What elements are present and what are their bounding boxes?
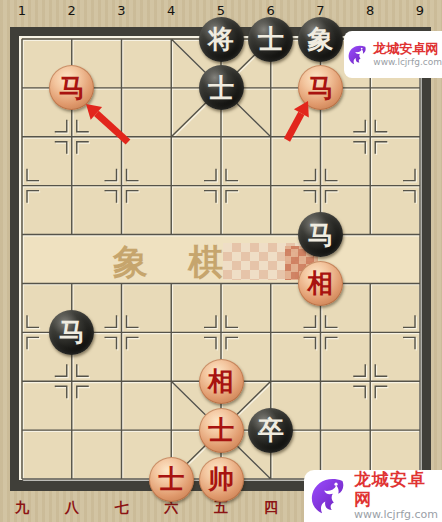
piece-black-horse[interactable]: 马: [49, 310, 94, 355]
file-label-top: 5: [208, 3, 234, 18]
file-label-top: 4: [158, 3, 184, 18]
file-label-bottom: 四: [258, 499, 284, 517]
piece-red-elephant[interactable]: 相: [298, 261, 343, 306]
piece-red-elephant[interactable]: 相: [199, 359, 244, 404]
xiangqi-screenshot: 象 棋 将士象马士马马相马相士卒士帅 123456789 九八七六五四三二一 龙…: [0, 0, 442, 522]
piece-black-general[interactable]: 将: [199, 17, 244, 62]
watermark-top-right: 龙城安卓网 www.lcjrfg.com: [344, 31, 442, 78]
file-label-top: 1: [9, 3, 35, 18]
watermark-site-url: www.lcjrfg.com: [373, 57, 442, 67]
file-label-top: 7: [308, 3, 334, 18]
file-label-bottom: 五: [208, 499, 234, 517]
watermark-bottom-right: 龙城安卓网 www.lcjrfg.com: [304, 470, 442, 522]
file-label-top: 9: [407, 3, 433, 18]
piece-red-general[interactable]: 帅: [199, 457, 244, 502]
watermark-site-name: 龙城安卓网: [373, 42, 442, 57]
dragon-logo-icon: [346, 38, 369, 72]
file-label-top: 2: [59, 3, 85, 18]
file-label-top: 8: [357, 3, 383, 18]
watermark-site-url: www.lcjrfg.com: [354, 509, 442, 522]
piece-black-horse[interactable]: 马: [298, 212, 343, 257]
file-label-top: 3: [109, 3, 135, 18]
piece-black-soldier[interactable]: 卒: [248, 408, 293, 453]
piece-black-advisor[interactable]: 士: [199, 65, 244, 110]
file-label-bottom: 八: [59, 499, 85, 517]
piece-red-advisor[interactable]: 士: [199, 408, 244, 453]
file-label-top: 6: [258, 3, 284, 18]
file-label-bottom: 九: [9, 499, 35, 517]
piece-black-elephant[interactable]: 象: [298, 17, 343, 62]
file-label-bottom: 六: [158, 499, 184, 517]
file-label-bottom: 七: [109, 499, 135, 517]
dragon-logo-icon: [307, 474, 350, 518]
piece-black-advisor[interactable]: 士: [248, 17, 293, 62]
watermark-site-name: 龙城安卓网: [354, 470, 442, 509]
river-text: 象 棋: [113, 239, 237, 286]
piece-red-advisor[interactable]: 士: [149, 457, 194, 502]
